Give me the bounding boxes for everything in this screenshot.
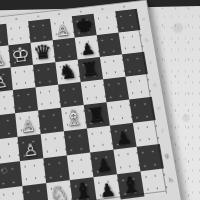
piece-black-pawn[interactable]: ♟ — [95, 156, 113, 175]
square-g6[interactable]: ♟ — [90, 150, 117, 178]
coordinate-letter-d: d — [147, 73, 163, 97]
square-g4[interactable] — [43, 155, 69, 183]
square-b3[interactable]: ♔ — [8, 43, 33, 68]
coordinate-letter-b: b — [139, 29, 154, 52]
piece-black-queen[interactable]: ♛ — [33, 42, 53, 63]
coordinate-letter-e: e — [151, 95, 167, 120]
piece-white-pawn[interactable]: ♙ — [23, 142, 39, 160]
piece-black-pawn[interactable]: ♟ — [98, 181, 116, 200]
piece-white-pawn[interactable]: ♙ — [0, 74, 8, 91]
piece-white-pawn[interactable]: ♙ — [55, 23, 71, 39]
piece-black-bishop[interactable]: ♝ — [72, 180, 94, 200]
square-c6[interactable]: ♜ — [78, 57, 103, 82]
piece-black-knight[interactable]: ♞ — [58, 62, 79, 84]
piece-white-bishop[interactable]: ♗ — [63, 107, 84, 130]
piece-black-pawn[interactable]: ♟ — [115, 129, 133, 148]
square-c3[interactable] — [11, 65, 36, 90]
chessboard-photo: ♙♚♕♙♔♛♟♖♙♞♜♖♙♗♜♙♟♟♘♝♟♝ abcdefgh ◇ — [0, 0, 200, 200]
piece-black-bishop[interactable]: ♝ — [119, 174, 142, 198]
square-c4[interactable] — [33, 62, 58, 87]
coordinate-letter-a: a — [136, 8, 151, 31]
piece-white-pawn[interactable]: ♙ — [0, 52, 6, 68]
coordinate-letter-c: c — [143, 51, 158, 75]
square-f3[interactable]: ♙ — [17, 134, 43, 161]
square-e5[interactable]: ♗ — [61, 105, 87, 131]
square-e4[interactable] — [38, 108, 64, 134]
square-f5[interactable] — [64, 128, 90, 155]
coordinate-letter-f: f — [155, 119, 171, 144]
square-f6[interactable] — [87, 126, 114, 153]
square-a3[interactable] — [6, 21, 30, 45]
square-d6[interactable] — [81, 79, 107, 105]
square-g3[interactable] — [20, 158, 46, 186]
square-h2[interactable] — [0, 186, 25, 200]
piece-black-rook[interactable]: ♜ — [80, 59, 101, 81]
piece-black-king[interactable]: ♚ — [74, 16, 95, 37]
piece-black-rook[interactable]: ♜ — [86, 104, 108, 127]
square-e6[interactable]: ♜ — [84, 102, 110, 128]
square-g5[interactable] — [67, 153, 94, 181]
square-d3[interactable] — [13, 87, 38, 113]
square-h3[interactable] — [22, 183, 49, 200]
square-f4[interactable] — [41, 131, 67, 158]
coordinate-letter-g: g — [159, 143, 175, 169]
square-h5[interactable]: ♝ — [70, 177, 97, 200]
square-h4[interactable]: ♘ — [46, 180, 73, 200]
piece-white-pawn[interactable]: ♙ — [20, 118, 36, 136]
square-a4[interactable] — [28, 19, 52, 43]
square-c5[interactable]: ♞ — [55, 60, 80, 85]
chess-board: ♙♚♕♙♔♛♟♖♙♞♜♖♙♗♜♙♟♟♘♝♟♝ abcdefgh — [0, 0, 183, 200]
square-b4[interactable]: ♛ — [31, 40, 56, 65]
piece-white-king[interactable]: ♔ — [11, 45, 31, 66]
piece-white-knight[interactable]: ♘ — [48, 182, 70, 200]
square-e3[interactable]: ♙ — [15, 110, 41, 136]
square-d5[interactable] — [58, 82, 84, 108]
piece-black-pawn[interactable]: ♟ — [79, 41, 96, 58]
square-a6[interactable]: ♚ — [72, 14, 97, 38]
square-a5[interactable]: ♙ — [50, 16, 75, 40]
square-b5[interactable] — [53, 38, 78, 63]
square-d4[interactable] — [35, 85, 60, 111]
square-b6[interactable]: ♟ — [75, 35, 100, 59]
